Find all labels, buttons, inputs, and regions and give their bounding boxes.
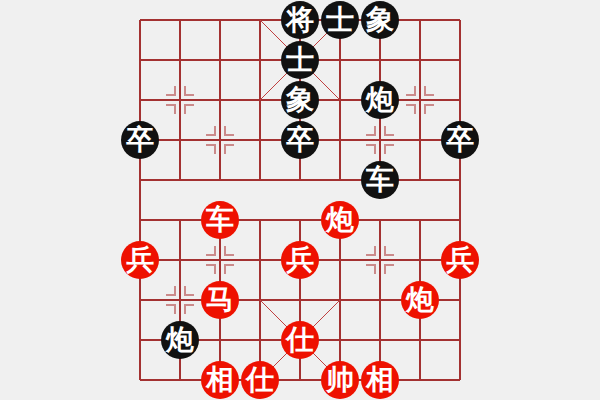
piece-red-soldier[interactable]: 兵 bbox=[121, 241, 159, 279]
piece-red-advisor[interactable]: 仕 bbox=[241, 361, 279, 399]
piece-black-advisor[interactable]: 士 bbox=[281, 41, 319, 79]
piece-black-cannon[interactable]: 炮 bbox=[361, 81, 399, 119]
piece-red-soldier[interactable]: 兵 bbox=[281, 241, 319, 279]
piece-black-soldier[interactable]: 卒 bbox=[441, 121, 479, 159]
piece-red-horse[interactable]: 马 bbox=[201, 281, 239, 319]
piece-red-cannon[interactable]: 炮 bbox=[321, 201, 359, 239]
piece-black-soldier[interactable]: 卒 bbox=[281, 121, 319, 159]
piece-red-soldier[interactable]: 兵 bbox=[441, 241, 479, 279]
piece-red-chariot[interactable]: 车 bbox=[201, 201, 239, 239]
piece-black-advisor[interactable]: 士 bbox=[321, 1, 359, 39]
piece-red-cannon[interactable]: 炮 bbox=[401, 281, 439, 319]
pieces-layer: 将士象士象炮卒卒卒车炮车炮兵兵兵马炮仕相仕帅相 bbox=[0, 0, 600, 400]
xiangqi-board-screenshot: 将士象士象炮卒卒卒车炮车炮兵兵兵马炮仕相仕帅相 bbox=[0, 0, 600, 400]
piece-red-advisor[interactable]: 仕 bbox=[281, 321, 319, 359]
piece-black-cannon[interactable]: 炮 bbox=[161, 321, 199, 359]
piece-black-general[interactable]: 将 bbox=[281, 1, 319, 39]
piece-black-chariot[interactable]: 车 bbox=[361, 161, 399, 199]
piece-red-elephant[interactable]: 相 bbox=[201, 361, 239, 399]
piece-black-elephant[interactable]: 象 bbox=[361, 1, 399, 39]
piece-red-elephant[interactable]: 相 bbox=[361, 361, 399, 399]
piece-black-soldier[interactable]: 卒 bbox=[121, 121, 159, 159]
piece-red-general[interactable]: 帅 bbox=[321, 361, 359, 399]
piece-black-elephant[interactable]: 象 bbox=[281, 81, 319, 119]
